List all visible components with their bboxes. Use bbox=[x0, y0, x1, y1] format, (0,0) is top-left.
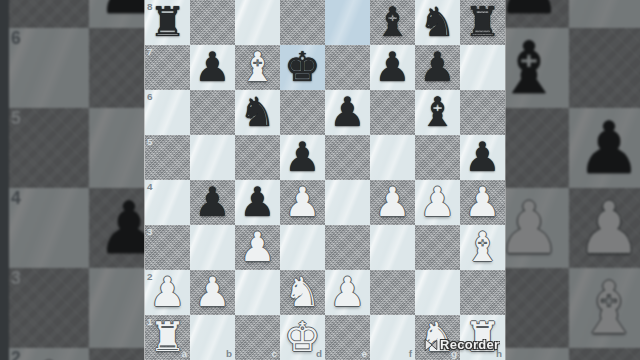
square-g5[interactable] bbox=[415, 135, 460, 180]
chess-board[interactable]: 8♜♝♞♜7♟♝♚♟♟6♞♟♝5♟♟4♟♟♟♟♟♟3♟♝2♟♟♞♟1a♜bcd♚… bbox=[145, 0, 505, 360]
square-d3[interactable] bbox=[280, 225, 325, 270]
square-f4[interactable]: ♟ bbox=[370, 180, 415, 225]
piece-white-bishop[interactable]: ♝ bbox=[460, 225, 505, 270]
square-h7[interactable] bbox=[460, 45, 505, 90]
piece-white-pawn[interactable]: ♟ bbox=[325, 270, 370, 315]
square-h2[interactable] bbox=[460, 270, 505, 315]
piece-black-king[interactable]: ♚ bbox=[280, 45, 325, 90]
piece-black-pawn[interactable]: ♟ bbox=[415, 45, 460, 90]
piece-white-pawn[interactable]: ♟ bbox=[460, 180, 505, 225]
piece-black-pawn: ♟ bbox=[569, 108, 640, 188]
rank-label-7: 7 bbox=[147, 47, 153, 57]
piece-black-bishop[interactable]: ♝ bbox=[415, 90, 460, 135]
piece-black-pawn[interactable]: ♟ bbox=[280, 135, 325, 180]
square-c2[interactable] bbox=[235, 270, 280, 315]
rank-label-4: 4 bbox=[11, 190, 21, 208]
square-h5[interactable]: ♟ bbox=[460, 135, 505, 180]
piece-black-pawn[interactable]: ♟ bbox=[460, 135, 505, 180]
square-b8[interactable] bbox=[190, 0, 235, 45]
square-e6[interactable]: ♟ bbox=[325, 90, 370, 135]
piece-white-knight[interactable]: ♞ bbox=[280, 270, 325, 315]
video-frame: 8♜♝♞♜7♟♝♚♟♟6♞♟♝5♟♟4♟♟♟♟♟♟3♟♝2♟♟♞♟1a♜bcd♚… bbox=[0, 0, 640, 360]
square-c7[interactable]: ♝ bbox=[235, 45, 280, 90]
square-b4[interactable]: ♟ bbox=[190, 180, 235, 225]
file-label-c: c bbox=[272, 349, 278, 359]
square-e8[interactable] bbox=[325, 0, 370, 45]
watermark-text: Recorder bbox=[440, 337, 499, 352]
square-g4[interactable]: ♟ bbox=[415, 180, 460, 225]
square-h3[interactable]: ♝ bbox=[460, 225, 505, 270]
square-b2[interactable]: ♟ bbox=[190, 270, 235, 315]
square-b3[interactable] bbox=[190, 225, 235, 270]
file-label-d: d bbox=[316, 349, 322, 359]
square-h6 bbox=[569, 28, 640, 108]
square-b6[interactable] bbox=[190, 90, 235, 135]
square-e1[interactable]: e bbox=[325, 315, 370, 360]
rank-label-5: 5 bbox=[147, 137, 153, 147]
square-c4[interactable]: ♟ bbox=[235, 180, 280, 225]
piece-white-pawn[interactable]: ♟ bbox=[280, 180, 325, 225]
square-d1[interactable]: d♚ bbox=[280, 315, 325, 360]
square-e2[interactable]: ♟ bbox=[325, 270, 370, 315]
square-c8[interactable] bbox=[235, 0, 280, 45]
piece-white-pawn[interactable]: ♟ bbox=[190, 270, 235, 315]
square-a4: 4 bbox=[9, 188, 89, 268]
square-f1[interactable]: f bbox=[370, 315, 415, 360]
square-a7: 7 bbox=[9, 0, 89, 28]
square-g3[interactable] bbox=[415, 225, 460, 270]
square-a3: 3 bbox=[9, 268, 89, 348]
xrecorder-logo-icon bbox=[424, 338, 438, 352]
square-f3[interactable] bbox=[370, 225, 415, 270]
square-h2 bbox=[569, 348, 640, 360]
square-c3[interactable]: ♟ bbox=[235, 225, 280, 270]
square-g6[interactable]: ♝ bbox=[415, 90, 460, 135]
rank-label-2: 2 bbox=[147, 272, 153, 282]
piece-black-pawn[interactable]: ♟ bbox=[235, 180, 280, 225]
square-d8[interactable] bbox=[280, 0, 325, 45]
piece-white-pawn: ♟ bbox=[569, 188, 640, 268]
square-c6[interactable]: ♞ bbox=[235, 90, 280, 135]
square-f2[interactable] bbox=[370, 270, 415, 315]
piece-black-pawn[interactable]: ♟ bbox=[370, 45, 415, 90]
rank-label-1: 1 bbox=[147, 317, 153, 327]
square-f8[interactable]: ♝ bbox=[370, 0, 415, 45]
square-h6[interactable] bbox=[460, 90, 505, 135]
square-a5: 5 bbox=[9, 108, 89, 188]
square-h3: ♝ bbox=[569, 268, 640, 348]
piece-white-pawn[interactable]: ♟ bbox=[370, 180, 415, 225]
square-a4[interactable]: 4 bbox=[145, 180, 190, 225]
square-a2: 2♟ bbox=[9, 348, 89, 360]
rank-label-6: 6 bbox=[147, 92, 153, 102]
piece-white-pawn[interactable]: ♟ bbox=[415, 180, 460, 225]
square-d2[interactable]: ♞ bbox=[280, 270, 325, 315]
file-label-b: b bbox=[226, 349, 232, 359]
square-e7[interactable] bbox=[325, 45, 370, 90]
file-label-f: f bbox=[409, 349, 412, 359]
square-a5[interactable]: 5 bbox=[145, 135, 190, 180]
square-c1[interactable]: c bbox=[235, 315, 280, 360]
square-h5: ♟ bbox=[569, 108, 640, 188]
square-f7[interactable]: ♟ bbox=[370, 45, 415, 90]
piece-black-rook[interactable]: ♜ bbox=[460, 0, 505, 45]
square-g2[interactable] bbox=[415, 270, 460, 315]
piece-black-bishop[interactable]: ♝ bbox=[370, 0, 415, 45]
square-a6[interactable]: 6 bbox=[145, 90, 190, 135]
square-a7[interactable]: 7 bbox=[145, 45, 190, 90]
square-d6[interactable] bbox=[280, 90, 325, 135]
square-h4: ♟ bbox=[569, 188, 640, 268]
piece-black-pawn[interactable]: ♟ bbox=[325, 90, 370, 135]
square-c5[interactable] bbox=[235, 135, 280, 180]
piece-black-knight[interactable]: ♞ bbox=[415, 0, 460, 45]
square-b1[interactable]: b bbox=[190, 315, 235, 360]
square-a1[interactable]: 1a♜ bbox=[145, 315, 190, 360]
file-label-e: e bbox=[362, 349, 368, 359]
piece-white-bishop: ♝ bbox=[569, 268, 640, 348]
rank-label-5: 5 bbox=[11, 110, 21, 128]
rank-label-4: 4 bbox=[147, 182, 153, 192]
square-b5[interactable] bbox=[190, 135, 235, 180]
watermark: Recorder bbox=[424, 337, 499, 352]
square-e5[interactable] bbox=[325, 135, 370, 180]
piece-black-pawn[interactable]: ♟ bbox=[190, 45, 235, 90]
piece-white-pawn[interactable]: ♟ bbox=[235, 225, 280, 270]
rank-label-3: 3 bbox=[147, 227, 153, 237]
rank-label-2: 2 bbox=[11, 350, 21, 360]
rank-label-6: 6 bbox=[11, 30, 21, 48]
square-a3[interactable]: 3 bbox=[145, 225, 190, 270]
square-f5[interactable] bbox=[370, 135, 415, 180]
square-d5[interactable]: ♟ bbox=[280, 135, 325, 180]
square-d7[interactable]: ♚ bbox=[280, 45, 325, 90]
square-a6: 6 bbox=[9, 28, 89, 108]
piece-black-knight[interactable]: ♞ bbox=[235, 90, 280, 135]
square-h4[interactable]: ♟ bbox=[460, 180, 505, 225]
square-a8[interactable]: 8♜ bbox=[145, 0, 190, 45]
file-label-a: a bbox=[182, 349, 188, 359]
square-g7[interactable]: ♟ bbox=[415, 45, 460, 90]
square-g8[interactable]: ♞ bbox=[415, 0, 460, 45]
square-b7[interactable]: ♟ bbox=[190, 45, 235, 90]
piece-black-pawn[interactable]: ♟ bbox=[190, 180, 235, 225]
square-e4[interactable] bbox=[325, 180, 370, 225]
piece-white-bishop[interactable]: ♝ bbox=[235, 45, 280, 90]
square-f6[interactable] bbox=[370, 90, 415, 135]
square-h7 bbox=[569, 0, 640, 28]
rank-label-8: 8 bbox=[147, 2, 153, 12]
square-a2[interactable]: 2♟ bbox=[145, 270, 190, 315]
square-d4[interactable]: ♟ bbox=[280, 180, 325, 225]
square-e3[interactable] bbox=[325, 225, 370, 270]
rank-label-3: 3 bbox=[11, 270, 21, 288]
piece-white-pawn: ♟ bbox=[9, 348, 89, 360]
square-h8[interactable]: ♜ bbox=[460, 0, 505, 45]
